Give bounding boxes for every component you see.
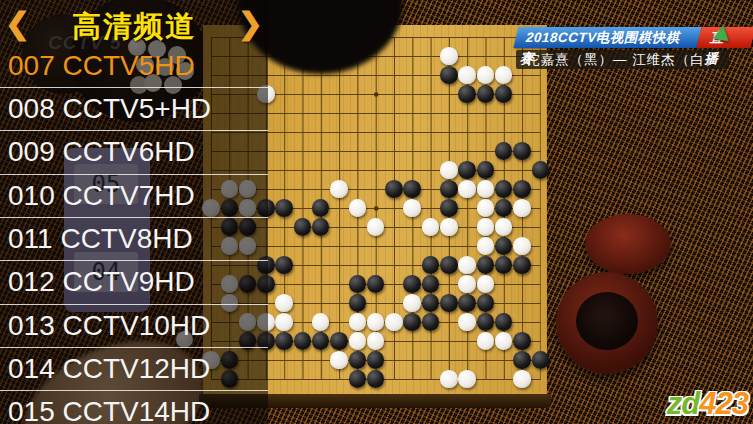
stone-white [275,313,293,331]
stone-black [294,332,312,350]
stone-white [458,66,476,84]
stone-white [458,370,476,388]
stone-black [349,351,367,369]
stone-black [440,180,458,198]
live-arrow-icon [713,24,731,42]
stone-black [422,294,440,312]
stone-black [477,161,495,179]
stone-black [440,66,458,84]
stone-white [477,180,495,198]
stone-white [367,313,385,331]
channel-item[interactable]: 007 CCTV5HD [0,45,268,88]
stone-black [477,313,495,331]
stone-white [513,237,531,255]
broadcast-badges: 2018CCTV电视围棋快棋赛 直播 柁嘉熹（黑）— 江维杰（白） [516,27,753,69]
stone-black [312,218,330,236]
stone-black [367,351,385,369]
site-watermark-green: zd [667,386,699,421]
tv-screen: 05 04 CCTV 5 ❮ 高清频道 ❯ 007 CCTV5HD008 CCT… [0,0,753,424]
go-bowl-lid-right [585,214,671,274]
channel-item[interactable]: 011 CCTV8HD [0,218,268,261]
channel-header: ❮ 高清频道 ❯ [0,4,268,44]
stone-black [477,256,495,274]
channel-group-title: 高清频道 [0,7,268,47]
stone-black [495,180,513,198]
stone-black [312,332,330,350]
stone-white [477,218,495,236]
stone-black [349,370,367,388]
stone-white [403,294,421,312]
stone-black [312,199,330,217]
stone-black [513,180,531,198]
stone-white [349,332,367,350]
stone-black [513,332,531,350]
players-badge: 柁嘉熹（黑）— 江维杰（白） [516,50,729,69]
stone-black [513,351,531,369]
stone-black [458,294,476,312]
channel-item[interactable]: 012 CCTV9HD [0,261,268,304]
stone-white [495,66,513,84]
channel-item[interactable]: 008 CCTV5+HD [0,88,268,131]
stone-white [513,199,531,217]
stone-black [477,85,495,103]
stone-black [349,275,367,293]
stone-white [330,180,348,198]
stone-black [422,275,440,293]
channel-overlay: ❮ 高清频道 ❯ 007 CCTV5HD008 CCTV5+HD009 CCTV… [0,0,268,424]
stone-white [367,218,385,236]
channel-item[interactable]: 010 CCTV7HD [0,175,268,218]
stone-black [495,237,513,255]
stone-black [440,256,458,274]
stone-black [275,199,293,217]
stone-white [458,180,476,198]
stone-black [495,142,513,160]
stone-white [495,218,513,236]
stone-white [440,161,458,179]
stone-black [367,370,385,388]
stone-black [385,180,403,198]
stone-black [294,218,312,236]
stone-black [403,313,421,331]
stone-black [458,85,476,103]
stone-black [440,199,458,217]
stone-white [440,47,458,65]
stone-black [532,351,550,369]
stone-white [495,332,513,350]
stone-black [495,313,513,331]
event-title: 2018CCTV电视围棋快棋赛 [513,27,701,48]
channel-item[interactable]: 014 CCTV12HD [0,348,268,391]
stone-white [458,313,476,331]
stone-white [440,218,458,236]
channel-list: 007 CCTV5HD008 CCTV5+HD009 CCTV6HD010 CC… [0,45,268,424]
stone-black [330,332,348,350]
stone-white [477,275,495,293]
stone-white [458,275,476,293]
stone-white [367,332,385,350]
stone-black [422,313,440,331]
go-bowl-opening [576,292,638,350]
stone-black [477,294,495,312]
stone-white [403,199,421,217]
stone-black [532,161,550,179]
stone-white [477,199,495,217]
stone-white [349,313,367,331]
stone-black [275,256,293,274]
stone-black [513,256,531,274]
stone-black [513,142,531,160]
channel-item[interactable]: 015 CCTV14HD [0,391,268,424]
site-watermark-orange: 423 [699,386,748,421]
stone-black [440,294,458,312]
stone-black [495,256,513,274]
stone-black [275,332,293,350]
stone-white [330,351,348,369]
next-page-arrow-icon[interactable]: ❯ [238,6,263,41]
stone-white [312,313,330,331]
stone-black [458,161,476,179]
stone-white [349,199,367,217]
stone-black [349,294,367,312]
stone-white [422,218,440,236]
stone-white [477,332,495,350]
stone-white [477,237,495,255]
stone-white [458,256,476,274]
stone-black [367,275,385,293]
stone-white [513,370,531,388]
stone-black [403,180,421,198]
stone-black [403,275,421,293]
stone-white [440,370,458,388]
channel-item[interactable]: 013 CCTV10HD [0,305,268,348]
stone-white [385,313,403,331]
stone-black [422,256,440,274]
stone-white [275,294,293,312]
stone-white [477,66,495,84]
site-watermark: zd423 [667,386,748,422]
channel-item[interactable]: 009 CCTV6HD [0,131,268,174]
stone-black [495,199,513,217]
stone-black [495,85,513,103]
